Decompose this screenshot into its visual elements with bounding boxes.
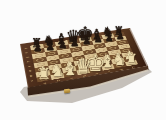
file-label: f	[108, 70, 110, 72]
chess-set-photo: abcdefgh87654321 ♜♞♝♛♚♝♞♜♟♟♟♟♟♟♟♟♟♟♟♟♟♟♟…	[0, 0, 166, 120]
